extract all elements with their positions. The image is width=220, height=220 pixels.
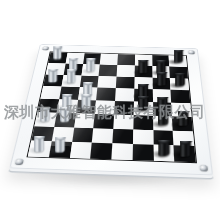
clear-cylinder-piece bbox=[49, 69, 58, 82]
square-r7c1[interactable] bbox=[49, 141, 72, 157]
square-r7c3[interactable] bbox=[90, 143, 112, 160]
clear-cylinder-piece bbox=[34, 136, 44, 151]
clear-cylinder-piece bbox=[86, 58, 94, 71]
square-r0c0[interactable] bbox=[48, 52, 67, 63]
clear-cylinder-piece bbox=[55, 137, 65, 152]
watermark-text: 深圳市大雅智能科技有限公司 bbox=[4, 103, 218, 122]
square-r6c4[interactable] bbox=[112, 129, 133, 145]
product-photo: 深圳市大雅智能科技有限公司 bbox=[0, 0, 220, 220]
square-r1c2[interactable] bbox=[81, 64, 100, 76]
square-r2c6[interactable] bbox=[152, 77, 171, 90]
square-r0c4[interactable] bbox=[117, 54, 135, 65]
square-r7c4[interactable] bbox=[111, 143, 132, 160]
square-r7c5[interactable] bbox=[132, 144, 153, 161]
square-r2c7[interactable] bbox=[170, 78, 189, 91]
square-r2c1[interactable] bbox=[61, 75, 81, 87]
square-r2c4[interactable] bbox=[116, 76, 135, 89]
clear-cylinder-piece bbox=[67, 69, 76, 82]
square-r2c3[interactable] bbox=[98, 76, 117, 89]
corner-screw-top-left-icon bbox=[42, 46, 49, 50]
square-r7c2[interactable] bbox=[69, 142, 92, 158]
square-r3c4[interactable] bbox=[115, 88, 134, 101]
clear-cylinder-piece bbox=[53, 47, 61, 60]
square-r6c5[interactable] bbox=[133, 129, 153, 145]
black-cylinder-piece bbox=[175, 72, 185, 86]
black-cylinder-piece bbox=[157, 72, 167, 86]
black-cylinder-piece bbox=[139, 60, 148, 73]
black-cylinder-piece bbox=[173, 50, 182, 63]
black-cylinder-piece bbox=[158, 140, 169, 156]
square-r6c2[interactable] bbox=[72, 127, 94, 143]
corner-screw-bottom-right-icon bbox=[199, 165, 208, 172]
square-r0c7[interactable] bbox=[169, 55, 187, 66]
square-r3c7[interactable] bbox=[171, 90, 191, 103]
square-r1c4[interactable] bbox=[117, 65, 135, 77]
square-r3c0[interactable] bbox=[40, 86, 61, 99]
square-r7c6[interactable] bbox=[153, 145, 174, 162]
square-r6c3[interactable] bbox=[92, 128, 113, 144]
corner-screw-top-right-icon bbox=[188, 50, 195, 54]
square-r3c3[interactable] bbox=[96, 88, 116, 101]
square-r1c5[interactable] bbox=[134, 65, 152, 77]
square-r0c3[interactable] bbox=[100, 54, 118, 65]
square-r1c3[interactable] bbox=[99, 64, 117, 76]
black-cylinder-piece bbox=[179, 141, 190, 157]
corner-screw-bottom-left-icon bbox=[15, 159, 24, 165]
square-r7c7[interactable] bbox=[174, 145, 196, 162]
